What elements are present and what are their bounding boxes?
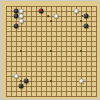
white-stone-C5: [14, 74, 19, 79]
star-point: [80, 50, 82, 52]
last-move-marker: [39, 9, 41, 11]
go-board-screenshot: [0, 0, 100, 100]
black-stone-E4: [24, 79, 29, 84]
white-stone-L17: [54, 14, 59, 19]
dot-marker-J17: [47, 15, 49, 17]
white-stone-D16: [19, 19, 24, 24]
star-point: [80, 20, 82, 22]
white-stone-P18: [74, 9, 79, 14]
star-point: [50, 50, 52, 52]
black-stone-C15: [14, 24, 19, 29]
white-stone-Q4: [79, 79, 84, 84]
star-point: [50, 80, 52, 82]
star-point: [20, 80, 22, 82]
star-point: [50, 20, 52, 22]
go-board[interactable]: [1, 1, 99, 99]
dot-marker-Q17: [81, 15, 83, 17]
black-stone-R17: [84, 14, 89, 19]
star-point: [20, 50, 22, 52]
black-stone-D3: [19, 84, 24, 89]
black-stone-R15: [84, 24, 89, 29]
